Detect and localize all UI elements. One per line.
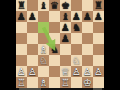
square-b8[interactable] <box>27 0 38 11</box>
square-a1[interactable]: ♖ <box>16 77 27 88</box>
square-c7[interactable] <box>38 11 49 22</box>
white-queen[interactable]: ♕ <box>60 66 71 77</box>
square-c6[interactable] <box>38 22 49 33</box>
square-h1[interactable] <box>93 77 104 88</box>
square-c1[interactable]: ♗ <box>38 77 49 88</box>
white-pawn[interactable]: ♙ <box>16 66 27 77</box>
square-a8[interactable]: ♜ <box>16 0 27 11</box>
white-knight[interactable]: ♘ <box>38 55 49 66</box>
square-b3[interactable] <box>27 55 38 66</box>
square-g6[interactable] <box>82 22 93 33</box>
black-knight[interactable]: ♞ <box>49 44 60 55</box>
black-bishop[interactable]: ♝ <box>38 0 49 11</box>
square-e5[interactable]: ♟ <box>60 33 71 44</box>
black-king[interactable]: ♚ <box>60 0 71 11</box>
square-h7[interactable]: ♟ <box>93 11 104 22</box>
square-f7[interactable]: ♟ <box>71 11 82 22</box>
black-pawn[interactable]: ♟ <box>82 11 93 22</box>
bottom-left-illegible-text <box>19 88 41 90</box>
square-e6[interactable]: ♟ <box>60 22 71 33</box>
square-c2[interactable] <box>38 66 49 77</box>
square-f8[interactable] <box>71 0 82 11</box>
square-h5[interactable] <box>93 33 104 44</box>
square-d4[interactable]: ♞ <box>49 44 60 55</box>
square-h2[interactable]: ♙ <box>93 66 104 77</box>
square-g3[interactable] <box>82 55 93 66</box>
square-a3[interactable] <box>16 55 27 66</box>
black-rook[interactable]: ♜ <box>16 0 27 11</box>
square-g1[interactable]: ♔ <box>82 77 93 88</box>
square-f2[interactable]: ♙ <box>71 66 82 77</box>
square-d2[interactable] <box>49 66 60 77</box>
square-b2[interactable]: ♙ <box>27 66 38 77</box>
square-e2[interactable]: ♕ <box>60 66 71 77</box>
square-e1[interactable]: ♖ <box>60 77 71 88</box>
square-c5[interactable] <box>38 33 49 44</box>
square-f1[interactable] <box>71 77 82 88</box>
square-a4[interactable] <box>16 44 27 55</box>
square-g8[interactable] <box>82 0 93 11</box>
right-letterbox-bar <box>104 0 120 90</box>
square-d8[interactable]: ♛ <box>49 0 60 11</box>
square-g7[interactable]: ♟ <box>82 11 93 22</box>
square-h6[interactable] <box>93 22 104 33</box>
white-knight[interactable]: ♘ <box>71 55 82 66</box>
square-h4[interactable] <box>93 44 104 55</box>
white-rook[interactable]: ♖ <box>16 77 27 88</box>
white-pawn[interactable]: ♙ <box>93 66 104 77</box>
square-g4[interactable] <box>82 44 93 55</box>
black-knight[interactable]: ♞ <box>71 22 82 33</box>
square-b1[interactable] <box>27 77 38 88</box>
black-pawn[interactable]: ♟ <box>16 11 27 22</box>
square-h8[interactable]: ♜ <box>93 0 104 11</box>
square-b6[interactable] <box>27 22 38 33</box>
square-f3[interactable]: ♘ <box>71 55 82 66</box>
square-f4[interactable] <box>71 44 82 55</box>
square-d1[interactable] <box>49 77 60 88</box>
square-b4[interactable] <box>27 44 38 55</box>
white-pawn[interactable]: ♙ <box>71 66 82 77</box>
square-b5[interactable] <box>27 33 38 44</box>
square-d3[interactable] <box>49 55 60 66</box>
black-pawn[interactable]: ♟ <box>27 11 38 22</box>
square-e8[interactable]: ♚ <box>60 0 71 11</box>
square-d7[interactable] <box>49 11 60 22</box>
black-queen[interactable]: ♛ <box>49 0 60 11</box>
square-c4[interactable]: ♗ <box>38 44 49 55</box>
bottom-right-illegible-text <box>93 88 102 90</box>
white-king[interactable]: ♔ <box>82 77 93 88</box>
square-d6[interactable] <box>49 22 60 33</box>
black-bishop[interactable]: ♝ <box>60 11 71 22</box>
chess-board[interactable]: ♜♝♛♚♜♟♟♝♟♟♟♟♞♟♗♞♘♘♙♙♕♙♙♙♖♗♖♔ <box>16 0 104 88</box>
white-bishop[interactable]: ♗ <box>38 77 49 88</box>
square-a5[interactable] <box>16 33 27 44</box>
square-d5[interactable] <box>49 33 60 44</box>
white-pawn[interactable]: ♙ <box>82 66 93 77</box>
square-g2[interactable]: ♙ <box>82 66 93 77</box>
white-rook[interactable]: ♖ <box>60 77 71 88</box>
square-e7[interactable]: ♝ <box>60 11 71 22</box>
square-a6[interactable] <box>16 22 27 33</box>
square-f6[interactable]: ♞ <box>71 22 82 33</box>
app-window: ♜♝♛♚♜♟♟♝♟♟♟♟♞♟♗♞♘♘♙♙♕♙♙♙♖♗♖♔ <box>0 0 120 90</box>
black-pawn[interactable]: ♟ <box>93 11 104 22</box>
square-f5[interactable] <box>71 33 82 44</box>
black-pawn[interactable]: ♟ <box>60 22 71 33</box>
left-letterbox-bar <box>0 0 16 90</box>
square-c8[interactable]: ♝ <box>38 0 49 11</box>
black-rook[interactable]: ♜ <box>93 0 104 11</box>
square-g5[interactable] <box>82 33 93 44</box>
square-h3[interactable] <box>93 55 104 66</box>
black-pawn[interactable]: ♟ <box>71 11 82 22</box>
square-a7[interactable]: ♟ <box>16 11 27 22</box>
square-a2[interactable]: ♙ <box>16 66 27 77</box>
white-bishop[interactable]: ♗ <box>38 44 49 55</box>
white-pawn[interactable]: ♙ <box>27 66 38 77</box>
square-e4[interactable] <box>60 44 71 55</box>
square-c3[interactable]: ♘ <box>38 55 49 66</box>
square-b7[interactable]: ♟ <box>27 11 38 22</box>
square-e3[interactable] <box>60 55 71 66</box>
black-pawn[interactable]: ♟ <box>60 33 71 44</box>
